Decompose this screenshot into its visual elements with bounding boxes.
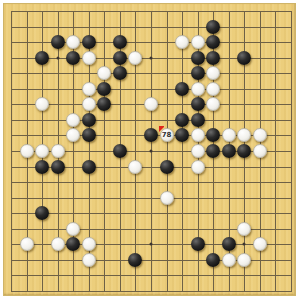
white-stone bbox=[82, 51, 96, 65]
white-stone bbox=[51, 237, 65, 251]
star-point bbox=[150, 243, 153, 246]
black-stone bbox=[191, 97, 205, 111]
black-stone bbox=[66, 51, 80, 65]
grid-line-horizontal bbox=[11, 198, 292, 199]
white-stone bbox=[82, 253, 96, 267]
black-stone bbox=[222, 237, 236, 251]
white-stone bbox=[206, 97, 220, 111]
white-stone bbox=[66, 113, 80, 127]
black-stone bbox=[82, 35, 96, 49]
star-point bbox=[56, 56, 59, 59]
black-stone bbox=[113, 144, 127, 158]
grid-line-horizontal bbox=[11, 182, 292, 183]
white-stone bbox=[175, 35, 189, 49]
grid-line-vertical bbox=[167, 11, 168, 292]
white-stone bbox=[82, 237, 96, 251]
black-stone bbox=[222, 144, 236, 158]
white-stone bbox=[191, 160, 205, 174]
black-stone bbox=[175, 128, 189, 142]
grid-line-horizontal bbox=[11, 213, 292, 214]
white-stone bbox=[97, 66, 111, 80]
black-stone bbox=[82, 160, 96, 174]
black-stone bbox=[206, 20, 220, 34]
white-stone bbox=[191, 35, 205, 49]
white-stone bbox=[191, 82, 205, 96]
black-stone bbox=[51, 35, 65, 49]
black-stone bbox=[113, 51, 127, 65]
last-move-marker bbox=[159, 126, 164, 132]
black-stone bbox=[206, 128, 220, 142]
white-stone bbox=[160, 191, 174, 205]
black-stone bbox=[191, 237, 205, 251]
white-stone bbox=[206, 82, 220, 96]
grid-line-vertical bbox=[182, 11, 183, 292]
white-stone bbox=[35, 97, 49, 111]
white-stone bbox=[222, 128, 236, 142]
white-stone bbox=[66, 222, 80, 236]
black-stone bbox=[191, 113, 205, 127]
black-stone bbox=[237, 51, 251, 65]
black-stone bbox=[113, 66, 127, 80]
white-stone bbox=[144, 97, 158, 111]
white-stone bbox=[253, 144, 267, 158]
star-point bbox=[150, 56, 153, 59]
black-stone bbox=[206, 51, 220, 65]
white-stone bbox=[82, 82, 96, 96]
black-stone bbox=[191, 66, 205, 80]
white-stone bbox=[237, 128, 251, 142]
white-stone bbox=[222, 253, 236, 267]
white-stone bbox=[20, 237, 34, 251]
white-stone bbox=[35, 144, 49, 158]
black-stone bbox=[35, 206, 49, 220]
white-stone bbox=[253, 128, 267, 142]
black-stone bbox=[82, 113, 96, 127]
grid-line-vertical bbox=[291, 11, 292, 292]
white-stone bbox=[191, 144, 205, 158]
white-stone bbox=[206, 66, 220, 80]
white-stone bbox=[191, 128, 205, 142]
white-stone bbox=[20, 144, 34, 158]
black-stone bbox=[66, 237, 80, 251]
white-stone bbox=[66, 35, 80, 49]
grid-line-horizontal bbox=[11, 291, 292, 292]
black-stone bbox=[206, 253, 220, 267]
black-stone bbox=[113, 35, 127, 49]
black-stone bbox=[175, 113, 189, 127]
black-stone bbox=[191, 51, 205, 65]
black-stone bbox=[128, 253, 142, 267]
white-stone bbox=[66, 128, 80, 142]
white-stone-78: 78 bbox=[160, 128, 174, 142]
black-stone bbox=[144, 128, 158, 142]
white-stone bbox=[128, 160, 142, 174]
black-stone bbox=[35, 160, 49, 174]
grid-line-vertical bbox=[275, 11, 276, 292]
black-stone bbox=[206, 144, 220, 158]
white-stone bbox=[82, 97, 96, 111]
black-stone bbox=[160, 160, 174, 174]
black-stone bbox=[175, 82, 189, 96]
black-stone bbox=[82, 128, 96, 142]
black-stone bbox=[237, 144, 251, 158]
white-stone bbox=[51, 144, 65, 158]
go-board[interactable]: 78 bbox=[3, 3, 296, 296]
white-stone bbox=[253, 237, 267, 251]
white-stone bbox=[128, 51, 142, 65]
black-stone bbox=[51, 160, 65, 174]
black-stone bbox=[206, 35, 220, 49]
black-stone bbox=[97, 97, 111, 111]
star-point bbox=[150, 150, 153, 153]
grid-line-horizontal bbox=[11, 275, 292, 276]
black-stone bbox=[97, 82, 111, 96]
white-stone bbox=[237, 222, 251, 236]
black-stone bbox=[35, 51, 49, 65]
star-point bbox=[243, 243, 246, 246]
white-stone bbox=[237, 253, 251, 267]
